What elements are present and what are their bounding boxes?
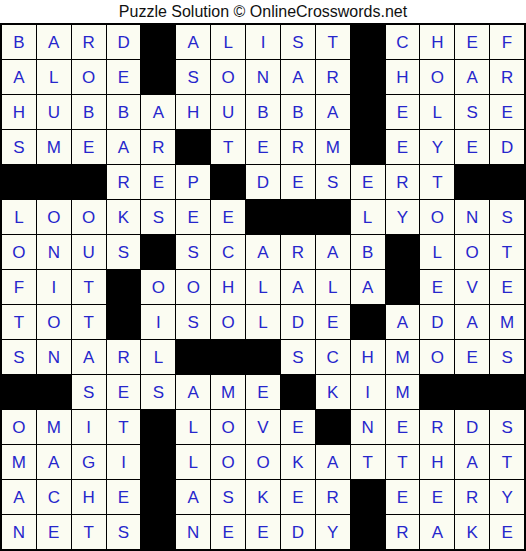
letter-cell: R bbox=[107, 165, 141, 199]
letter-cell: S bbox=[107, 515, 141, 549]
black-cell bbox=[490, 165, 524, 199]
black-cell bbox=[316, 410, 350, 444]
letter-cell: E bbox=[107, 375, 141, 409]
letter-cell: H bbox=[420, 25, 454, 59]
letter-cell: R bbox=[420, 410, 454, 444]
letter-cell: M bbox=[316, 130, 350, 164]
letter-cell: E bbox=[281, 410, 315, 444]
letter-cell: E bbox=[386, 410, 420, 444]
letter-cell: D bbox=[455, 410, 489, 444]
letter-cell: H bbox=[211, 270, 245, 304]
letter-cell: L bbox=[2, 200, 36, 234]
letter-cell: I bbox=[37, 270, 71, 304]
letter-cell: O bbox=[420, 340, 454, 374]
letter-cell: L bbox=[351, 200, 385, 234]
letter-cell: F bbox=[490, 25, 524, 59]
black-cell bbox=[246, 200, 280, 234]
letter-cell: H bbox=[420, 445, 454, 479]
black-cell bbox=[316, 200, 350, 234]
letter-cell: A bbox=[455, 445, 489, 479]
letter-cell: K bbox=[316, 375, 350, 409]
letter-cell: H bbox=[351, 340, 385, 374]
letter-cell: N bbox=[37, 340, 71, 374]
letter-cell: A bbox=[2, 480, 36, 514]
letter-cell: T bbox=[420, 165, 454, 199]
black-cell bbox=[2, 165, 36, 199]
letter-cell: L bbox=[246, 305, 280, 339]
letter-cell: S bbox=[316, 165, 350, 199]
letter-cell: T bbox=[2, 305, 36, 339]
letter-cell: K bbox=[455, 515, 489, 549]
letter-cell: D bbox=[281, 305, 315, 339]
letter-cell: A bbox=[316, 235, 350, 269]
letter-cell: D bbox=[281, 515, 315, 549]
letter-cell: A bbox=[420, 515, 454, 549]
letter-cell: S bbox=[176, 235, 210, 269]
letter-cell: L bbox=[316, 270, 350, 304]
letter-cell: A bbox=[281, 60, 315, 94]
letter-cell: R bbox=[490, 60, 524, 94]
letter-cell: R bbox=[281, 235, 315, 269]
letter-cell: K bbox=[281, 445, 315, 479]
letter-cell: E bbox=[490, 270, 524, 304]
letter-cell: P bbox=[176, 165, 210, 199]
letter-cell: E bbox=[246, 130, 280, 164]
letter-cell: L bbox=[211, 25, 245, 59]
letter-cell: U bbox=[211, 95, 245, 129]
black-cell bbox=[141, 60, 175, 94]
letter-cell: B bbox=[281, 95, 315, 129]
letter-cell: O bbox=[37, 305, 71, 339]
letter-cell: O bbox=[420, 200, 454, 234]
letter-cell: A bbox=[37, 25, 71, 59]
letter-cell: B bbox=[107, 95, 141, 129]
letter-cell: T bbox=[72, 515, 106, 549]
letter-cell: E bbox=[386, 480, 420, 514]
letter-cell: E bbox=[490, 515, 524, 549]
letter-cell: E bbox=[420, 270, 454, 304]
black-cell bbox=[141, 445, 175, 479]
letter-cell: C bbox=[386, 25, 420, 59]
letter-cell: A bbox=[351, 270, 385, 304]
letter-cell: I bbox=[246, 25, 280, 59]
black-cell bbox=[455, 165, 489, 199]
letter-cell: T bbox=[490, 235, 524, 269]
letter-cell: E bbox=[107, 60, 141, 94]
puzzle-page: Puzzle Solution © OnlineCrosswords.net B… bbox=[0, 0, 526, 551]
letter-cell: E bbox=[386, 130, 420, 164]
letter-cell: Y bbox=[316, 515, 350, 549]
letter-cell: A bbox=[246, 235, 280, 269]
black-cell bbox=[176, 130, 210, 164]
letter-cell: U bbox=[37, 95, 71, 129]
letter-cell: D bbox=[420, 305, 454, 339]
black-cell bbox=[351, 60, 385, 94]
letter-cell: M bbox=[37, 410, 71, 444]
letter-cell: E bbox=[351, 165, 385, 199]
letter-cell: D bbox=[490, 130, 524, 164]
letter-cell: C bbox=[211, 235, 245, 269]
letter-cell: A bbox=[281, 270, 315, 304]
letter-cell: O bbox=[211, 445, 245, 479]
letter-cell: E bbox=[316, 305, 350, 339]
letter-cell: C bbox=[316, 340, 350, 374]
black-cell bbox=[420, 375, 454, 409]
letter-cell: M bbox=[2, 445, 36, 479]
letter-cell: A bbox=[455, 305, 489, 339]
letter-cell: R bbox=[455, 480, 489, 514]
letter-cell: N bbox=[246, 60, 280, 94]
letter-cell: T bbox=[107, 410, 141, 444]
letter-cell: H bbox=[2, 95, 36, 129]
letter-cell: T bbox=[490, 445, 524, 479]
letter-cell: H bbox=[386, 60, 420, 94]
letter-cell: O bbox=[176, 270, 210, 304]
black-cell bbox=[351, 130, 385, 164]
letter-cell: T bbox=[72, 270, 106, 304]
letter-cell: O bbox=[72, 60, 106, 94]
letter-cell: B bbox=[351, 235, 385, 269]
black-cell bbox=[176, 340, 210, 374]
letter-cell: A bbox=[176, 480, 210, 514]
letter-cell: N bbox=[176, 515, 210, 549]
letter-cell: A bbox=[37, 445, 71, 479]
black-cell bbox=[107, 270, 141, 304]
letter-cell: A bbox=[316, 445, 350, 479]
letter-cell: O bbox=[141, 270, 175, 304]
letter-cell: C bbox=[37, 480, 71, 514]
letter-cell: S bbox=[211, 480, 245, 514]
letter-cell: O bbox=[211, 410, 245, 444]
letter-cell: L bbox=[176, 445, 210, 479]
letter-cell: R bbox=[72, 25, 106, 59]
letter-cell: V bbox=[246, 410, 280, 444]
letter-cell: L bbox=[176, 410, 210, 444]
black-cell bbox=[141, 25, 175, 59]
letter-cell: F bbox=[2, 270, 36, 304]
black-cell bbox=[351, 95, 385, 129]
letter-cell: E bbox=[141, 165, 175, 199]
letter-cell: S bbox=[281, 25, 315, 59]
letter-cell: M bbox=[37, 130, 71, 164]
letter-cell: E bbox=[281, 165, 315, 199]
letter-cell: V bbox=[455, 270, 489, 304]
letter-cell: O bbox=[2, 235, 36, 269]
letter-cell: E bbox=[211, 200, 245, 234]
black-cell bbox=[141, 515, 175, 549]
letter-cell: T bbox=[211, 130, 245, 164]
letter-cell: R bbox=[141, 130, 175, 164]
letter-cell: T bbox=[386, 445, 420, 479]
letter-cell: A bbox=[386, 305, 420, 339]
letter-cell: R bbox=[107, 340, 141, 374]
black-cell bbox=[386, 270, 420, 304]
letter-cell: R bbox=[316, 60, 350, 94]
letter-cell: S bbox=[455, 95, 489, 129]
letter-cell: E bbox=[37, 515, 71, 549]
letter-cell: M bbox=[211, 375, 245, 409]
letter-cell: S bbox=[176, 305, 210, 339]
letter-cell: I bbox=[351, 375, 385, 409]
letter-cell: K bbox=[246, 480, 280, 514]
letter-cell: T bbox=[351, 445, 385, 479]
letter-cell: L bbox=[246, 270, 280, 304]
letter-cell: O bbox=[37, 200, 71, 234]
letter-cell: D bbox=[107, 25, 141, 59]
letter-cell: S bbox=[107, 235, 141, 269]
black-cell bbox=[211, 165, 245, 199]
crossword-grid: BARDALISTCHEFALOESONARHOARHUBBAHUBBAELSE… bbox=[0, 23, 526, 551]
letter-cell: L bbox=[420, 235, 454, 269]
letter-cell: A bbox=[107, 130, 141, 164]
letter-cell: N bbox=[351, 410, 385, 444]
letter-cell: I bbox=[141, 305, 175, 339]
letter-cell: A bbox=[176, 25, 210, 59]
letter-cell: N bbox=[455, 200, 489, 234]
letter-cell: A bbox=[141, 95, 175, 129]
letter-cell: S bbox=[72, 375, 106, 409]
letter-cell: S bbox=[490, 200, 524, 234]
letter-cell: S bbox=[2, 340, 36, 374]
letter-cell: A bbox=[455, 60, 489, 94]
letter-cell: E bbox=[281, 480, 315, 514]
black-cell bbox=[141, 410, 175, 444]
black-cell bbox=[281, 200, 315, 234]
black-cell bbox=[351, 305, 385, 339]
letter-cell: G bbox=[72, 445, 106, 479]
letter-cell: E bbox=[490, 95, 524, 129]
letter-cell: L bbox=[141, 340, 175, 374]
letter-cell: L bbox=[420, 95, 454, 129]
letter-cell: B bbox=[246, 95, 280, 129]
letter-cell: S bbox=[490, 340, 524, 374]
letter-cell: O bbox=[211, 60, 245, 94]
letter-cell: I bbox=[107, 445, 141, 479]
letter-cell: R bbox=[386, 165, 420, 199]
letter-cell: M bbox=[386, 375, 420, 409]
black-cell bbox=[72, 165, 106, 199]
letter-cell: A bbox=[2, 60, 36, 94]
letter-cell: H bbox=[72, 480, 106, 514]
letter-cell: E bbox=[107, 480, 141, 514]
letter-cell: T bbox=[72, 305, 106, 339]
letter-cell: E bbox=[72, 130, 106, 164]
black-cell bbox=[246, 340, 280, 374]
black-cell bbox=[455, 375, 489, 409]
letter-cell: E bbox=[455, 130, 489, 164]
letter-cell: M bbox=[490, 305, 524, 339]
black-cell bbox=[2, 375, 36, 409]
black-cell bbox=[107, 305, 141, 339]
letter-cell: R bbox=[281, 130, 315, 164]
black-cell bbox=[211, 340, 245, 374]
letter-cell: K bbox=[107, 200, 141, 234]
black-cell bbox=[351, 515, 385, 549]
letter-cell: E bbox=[246, 375, 280, 409]
black-cell bbox=[386, 235, 420, 269]
letter-cell: N bbox=[37, 235, 71, 269]
letter-cell: R bbox=[316, 480, 350, 514]
letter-cell: S bbox=[176, 60, 210, 94]
letter-cell: B bbox=[2, 25, 36, 59]
letter-cell: D bbox=[246, 165, 280, 199]
letter-cell: I bbox=[72, 410, 106, 444]
letter-cell: O bbox=[420, 60, 454, 94]
letter-cell: Y bbox=[490, 480, 524, 514]
black-cell bbox=[141, 480, 175, 514]
letter-cell: Y bbox=[420, 130, 454, 164]
letter-cell: E bbox=[211, 515, 245, 549]
black-cell bbox=[37, 375, 71, 409]
letter-cell: E bbox=[246, 515, 280, 549]
black-cell bbox=[490, 375, 524, 409]
letter-cell: S bbox=[281, 340, 315, 374]
letter-cell: E bbox=[420, 480, 454, 514]
letter-cell: R bbox=[386, 515, 420, 549]
letter-cell: O bbox=[246, 445, 280, 479]
letter-cell: S bbox=[2, 130, 36, 164]
letter-cell: O bbox=[455, 235, 489, 269]
black-cell bbox=[141, 235, 175, 269]
letter-cell: U bbox=[72, 235, 106, 269]
letter-cell: E bbox=[455, 340, 489, 374]
black-cell bbox=[281, 375, 315, 409]
letter-cell: A bbox=[316, 95, 350, 129]
letter-cell: L bbox=[37, 60, 71, 94]
letter-cell: M bbox=[386, 340, 420, 374]
letter-cell: O bbox=[211, 305, 245, 339]
black-cell bbox=[351, 480, 385, 514]
letter-cell: S bbox=[141, 375, 175, 409]
letter-cell: Y bbox=[386, 200, 420, 234]
letter-cell: O bbox=[2, 410, 36, 444]
letter-cell: B bbox=[72, 95, 106, 129]
letter-cell: E bbox=[455, 25, 489, 59]
letter-cell: A bbox=[72, 340, 106, 374]
letter-cell: T bbox=[316, 25, 350, 59]
letter-cell: A bbox=[176, 375, 210, 409]
letter-cell: E bbox=[386, 95, 420, 129]
page-title: Puzzle Solution © OnlineCrosswords.net bbox=[0, 0, 526, 23]
black-cell bbox=[37, 165, 71, 199]
letter-cell: E bbox=[176, 200, 210, 234]
letter-cell: H bbox=[176, 95, 210, 129]
letter-cell: S bbox=[490, 410, 524, 444]
letter-cell: S bbox=[141, 200, 175, 234]
black-cell bbox=[351, 25, 385, 59]
letter-cell: N bbox=[2, 515, 36, 549]
letter-cell: O bbox=[72, 200, 106, 234]
